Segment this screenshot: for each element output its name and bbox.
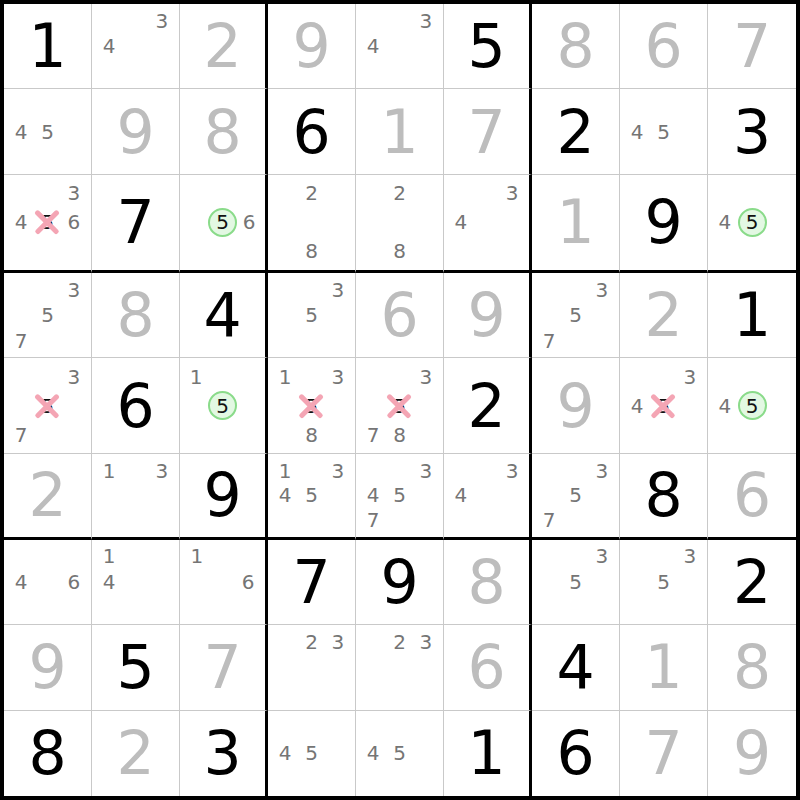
candidate-4: 4 xyxy=(8,122,34,142)
solved-digit: 8 xyxy=(203,102,241,162)
cell-r9c8[interactable]: 7 xyxy=(620,711,708,796)
solved-digit: 8 xyxy=(733,637,771,697)
solved-digit: 6 xyxy=(733,465,771,525)
cell-r8c8[interactable]: 1 xyxy=(620,625,708,710)
cell-r7c2[interactable]: 14 xyxy=(92,540,180,625)
candidate-5: 5 xyxy=(298,743,324,763)
candidate-3: 3 xyxy=(325,280,351,300)
given-digit: 9 xyxy=(380,552,418,612)
solved-digit: 9 xyxy=(556,376,594,436)
candidate-3: 3 xyxy=(149,11,175,31)
candidate-4: 4 xyxy=(8,572,34,592)
candidate-7: 7 xyxy=(360,425,386,445)
cell-r1c9[interactable]: 7 xyxy=(708,4,796,89)
candidate-4: 4 xyxy=(272,743,298,763)
solved-digit: 6 xyxy=(644,16,682,76)
cell-r3c9[interactable]: 45 xyxy=(708,175,796,273)
cell-r1c8[interactable]: 6 xyxy=(620,4,708,89)
candidate-5-eliminated-x-icon: 5 xyxy=(650,396,676,416)
candidate-1: 1 xyxy=(184,546,210,566)
candidate-3: 3 xyxy=(61,367,87,387)
cell-r4c5[interactable]: 6 xyxy=(356,273,444,358)
given-digit: 6 xyxy=(116,376,154,436)
cell-r5c2[interactable]: 6 xyxy=(92,358,180,454)
candidate-1: 1 xyxy=(96,546,122,566)
cell-r8c7[interactable]: 4 xyxy=(532,625,620,710)
given-digit: 6 xyxy=(556,723,594,783)
candidate-3: 3 xyxy=(325,632,351,652)
cell-r4c9[interactable]: 1 xyxy=(708,273,796,358)
solved-digit: 2 xyxy=(644,285,682,345)
solved-digit: 7 xyxy=(203,637,241,697)
cell-r1c2[interactable]: 34 xyxy=(92,4,180,89)
candidate-8: 8 xyxy=(386,425,412,445)
cell-r8c4[interactable]: 23 xyxy=(268,625,356,710)
cell-r5c8[interactable]: 345 xyxy=(620,358,708,454)
candidate-6: 6 xyxy=(61,212,87,232)
cell-r4c6[interactable]: 9 xyxy=(444,273,532,358)
cell-r1c6[interactable]: 5 xyxy=(444,4,532,89)
candidate-2: 2 xyxy=(386,183,412,203)
cell-r2c5[interactable]: 1 xyxy=(356,89,444,174)
candidate-4: 4 xyxy=(624,122,650,142)
candidate-5: 5 xyxy=(298,305,324,325)
candidate-8: 8 xyxy=(298,425,324,445)
candidate-6: 6 xyxy=(61,572,87,592)
candidate-7: 7 xyxy=(536,510,562,530)
solved-digit: 7 xyxy=(644,723,682,783)
cell-r3c5[interactable]: 28 xyxy=(356,175,444,273)
candidate-4: 4 xyxy=(360,36,386,56)
candidate-6: 6 xyxy=(237,212,261,232)
sudoku-board: 1342934586745986172453345675628283419453… xyxy=(0,0,800,800)
candidate-2: 2 xyxy=(386,632,412,652)
candidate-2: 2 xyxy=(298,183,324,203)
candidate-7: 7 xyxy=(8,331,34,351)
cell-r3c1[interactable]: 3456 xyxy=(4,175,92,273)
candidate-5: 5 xyxy=(650,572,676,592)
candidate-1: 1 xyxy=(96,461,122,481)
cell-r9c1[interactable]: 8 xyxy=(4,711,92,796)
candidate-5: 5 xyxy=(650,122,676,142)
cell-r2c7[interactable]: 2 xyxy=(532,89,620,174)
solved-digit: 1 xyxy=(380,102,418,162)
candidate-8: 8 xyxy=(386,241,412,261)
cell-r8c9[interactable]: 8 xyxy=(708,625,796,710)
candidate-6: 6 xyxy=(235,572,261,592)
solved-digit: 2 xyxy=(116,723,154,783)
cell-r7c4[interactable]: 7 xyxy=(268,540,356,625)
solved-digit: 9 xyxy=(467,285,505,345)
cell-r7c6[interactable]: 8 xyxy=(444,540,532,625)
cell-r6c6[interactable]: 34 xyxy=(444,454,532,539)
cell-r5c3[interactable]: 15 xyxy=(180,358,268,454)
candidate-4: 4 xyxy=(712,212,738,232)
candidate-4: 4 xyxy=(8,212,34,232)
solved-digit: 7 xyxy=(733,16,771,76)
candidate-3: 3 xyxy=(499,183,525,203)
cell-r7c9[interactable]: 2 xyxy=(708,540,796,625)
cell-r2c9[interactable]: 3 xyxy=(708,89,796,174)
candidate-7: 7 xyxy=(536,331,562,351)
cell-r9c9[interactable]: 9 xyxy=(708,711,796,796)
candidate-4: 4 xyxy=(96,36,122,56)
cell-r8c5[interactable]: 23 xyxy=(356,625,444,710)
candidate-3: 3 xyxy=(677,546,703,566)
cell-r6c9[interactable]: 6 xyxy=(708,454,796,539)
candidate-3: 3 xyxy=(589,280,615,300)
solved-digit: 9 xyxy=(292,16,330,76)
given-digit: 1 xyxy=(467,723,505,783)
given-digit: 2 xyxy=(467,376,505,436)
cell-r4c3[interactable]: 4 xyxy=(180,273,268,358)
cell-r3c4[interactable]: 28 xyxy=(268,175,356,273)
cell-r9c6[interactable]: 1 xyxy=(444,711,532,796)
candidate-5-eliminated-x-icon: 5 xyxy=(34,396,60,416)
solved-digit: 1 xyxy=(556,192,594,252)
cell-r9c4[interactable]: 45 xyxy=(268,711,356,796)
candidate-5: 5 xyxy=(562,572,588,592)
cell-r2c4[interactable]: 6 xyxy=(268,89,356,174)
candidate-5: 5 xyxy=(386,743,412,763)
given-digit: 7 xyxy=(116,192,154,252)
cell-r5c6[interactable]: 2 xyxy=(444,358,532,454)
cell-r2c6[interactable]: 7 xyxy=(444,89,532,174)
given-digit: 4 xyxy=(556,637,594,697)
cell-r6c8[interactable]: 8 xyxy=(620,454,708,539)
cell-r5c1[interactable]: 357 xyxy=(4,358,92,454)
cell-r3c2[interactable]: 7 xyxy=(92,175,180,273)
candidate-3: 3 xyxy=(61,280,87,300)
solved-digit: 9 xyxy=(733,723,771,783)
candidate-5: 5 xyxy=(298,485,324,505)
candidate-3: 3 xyxy=(589,461,615,481)
candidate-3: 3 xyxy=(499,461,525,481)
candidate-4: 4 xyxy=(448,485,474,505)
solved-digit: 2 xyxy=(28,465,66,525)
cell-r1c4[interactable]: 9 xyxy=(268,4,356,89)
cell-r4c7[interactable]: 357 xyxy=(532,273,620,358)
given-digit: 8 xyxy=(28,723,66,783)
cell-r7c1[interactable]: 46 xyxy=(4,540,92,625)
cell-r7c5[interactable]: 9 xyxy=(356,540,444,625)
candidate-5-eliminated-x-icon: 5 xyxy=(298,396,324,416)
given-digit: 3 xyxy=(733,102,771,162)
cell-r3c6[interactable]: 34 xyxy=(444,175,532,273)
candidate-3: 3 xyxy=(589,546,615,566)
cell-r1c1[interactable]: 1 xyxy=(4,4,92,89)
cell-r5c5[interactable]: 3578 xyxy=(356,358,444,454)
candidate-3: 3 xyxy=(677,367,703,387)
solved-digit: 1 xyxy=(644,637,682,697)
candidate-7: 7 xyxy=(360,510,386,530)
cell-r1c3[interactable]: 2 xyxy=(180,4,268,89)
solved-digit: 9 xyxy=(28,637,66,697)
candidate-3: 3 xyxy=(325,461,351,481)
candidate-7: 7 xyxy=(8,425,34,445)
candidate-5-eliminated-x-icon: 5 xyxy=(386,396,412,416)
candidate-4: 4 xyxy=(624,396,650,416)
cell-r9c2[interactable]: 2 xyxy=(92,711,180,796)
cell-r2c3[interactable]: 8 xyxy=(180,89,268,174)
cell-r6c3[interactable]: 9 xyxy=(180,454,268,539)
given-digit: 2 xyxy=(733,552,771,612)
candidate-3: 3 xyxy=(61,183,87,203)
candidate-5-highlighted-circle-icon: 5 xyxy=(208,391,237,420)
candidate-4: 4 xyxy=(272,485,298,505)
cell-r4c4[interactable]: 35 xyxy=(268,273,356,358)
cell-r2c8[interactable]: 45 xyxy=(620,89,708,174)
solved-digit: 9 xyxy=(116,102,154,162)
solved-digit: 6 xyxy=(380,285,418,345)
cell-r9c7[interactable]: 6 xyxy=(532,711,620,796)
candidate-3: 3 xyxy=(413,11,439,31)
cell-r9c5[interactable]: 45 xyxy=(356,711,444,796)
given-digit: 9 xyxy=(203,465,241,525)
candidate-5: 5 xyxy=(562,485,588,505)
solved-digit: 2 xyxy=(203,16,241,76)
cell-r7c8[interactable]: 35 xyxy=(620,540,708,625)
candidate-3: 3 xyxy=(413,461,439,481)
given-digit: 4 xyxy=(203,285,241,345)
cell-r1c7[interactable]: 8 xyxy=(532,4,620,89)
cell-r6c5[interactable]: 3457 xyxy=(356,454,444,539)
candidate-1: 1 xyxy=(184,367,208,387)
cell-r3c8[interactable]: 9 xyxy=(620,175,708,273)
candidate-5: 5 xyxy=(562,305,588,325)
cell-r2c2[interactable]: 9 xyxy=(92,89,180,174)
cell-r9c3[interactable]: 3 xyxy=(180,711,268,796)
solved-digit: 7 xyxy=(467,102,505,162)
candidate-5-eliminated-x-icon: 5 xyxy=(34,212,60,232)
cell-r8c3[interactable]: 7 xyxy=(180,625,268,710)
solved-digit: 6 xyxy=(467,637,505,697)
candidate-2: 2 xyxy=(298,632,324,652)
given-digit: 6 xyxy=(292,102,330,162)
cell-r5c4[interactable]: 1358 xyxy=(268,358,356,454)
cell-r7c7[interactable]: 35 xyxy=(532,540,620,625)
candidate-5-highlighted-circle-icon: 5 xyxy=(208,208,237,237)
candidate-8: 8 xyxy=(298,241,324,261)
solved-digit: 8 xyxy=(116,285,154,345)
cell-r5c9[interactable]: 45 xyxy=(708,358,796,454)
solved-digit: 8 xyxy=(556,16,594,76)
solved-digit: 8 xyxy=(467,552,505,612)
candidate-3: 3 xyxy=(413,367,439,387)
given-digit: 5 xyxy=(116,637,154,697)
candidate-5: 5 xyxy=(34,305,60,325)
candidate-5: 5 xyxy=(34,122,60,142)
candidate-5-highlighted-circle-icon: 5 xyxy=(738,208,767,237)
cell-r2c1[interactable]: 45 xyxy=(4,89,92,174)
given-digit: 3 xyxy=(203,723,241,783)
cell-r4c2[interactable]: 8 xyxy=(92,273,180,358)
candidate-3: 3 xyxy=(325,367,351,387)
candidate-1: 1 xyxy=(272,461,298,481)
candidate-5-highlighted-circle-icon: 5 xyxy=(738,391,767,420)
candidate-3: 3 xyxy=(149,461,175,481)
cell-r1c5[interactable]: 34 xyxy=(356,4,444,89)
given-digit: 7 xyxy=(292,552,330,612)
given-digit: 5 xyxy=(467,16,505,76)
cell-r3c3[interactable]: 56 xyxy=(180,175,268,273)
cell-r5c7[interactable]: 9 xyxy=(532,358,620,454)
candidate-4: 4 xyxy=(448,212,474,232)
candidate-4: 4 xyxy=(360,485,386,505)
given-digit: 9 xyxy=(644,192,682,252)
cell-r3c7[interactable]: 1 xyxy=(532,175,620,273)
cell-r4c1[interactable]: 357 xyxy=(4,273,92,358)
given-digit: 1 xyxy=(28,16,66,76)
cell-r8c2[interactable]: 5 xyxy=(92,625,180,710)
cell-r6c4[interactable]: 1345 xyxy=(268,454,356,539)
cell-r6c2[interactable]: 13 xyxy=(92,454,180,539)
candidate-4: 4 xyxy=(712,396,738,416)
cell-r8c1[interactable]: 9 xyxy=(4,625,92,710)
candidate-1: 1 xyxy=(272,367,298,387)
given-digit: 1 xyxy=(733,285,771,345)
cell-r7c3[interactable]: 16 xyxy=(180,540,268,625)
cell-r6c1[interactable]: 2 xyxy=(4,454,92,539)
candidate-3: 3 xyxy=(413,632,439,652)
given-digit: 2 xyxy=(556,102,594,162)
cell-r4c8[interactable]: 2 xyxy=(620,273,708,358)
candidate-4: 4 xyxy=(360,743,386,763)
candidate-4: 4 xyxy=(96,572,122,592)
given-digit: 8 xyxy=(644,465,682,525)
cell-r6c7[interactable]: 357 xyxy=(532,454,620,539)
candidate-5: 5 xyxy=(386,485,412,505)
cell-r8c6[interactable]: 6 xyxy=(444,625,532,710)
